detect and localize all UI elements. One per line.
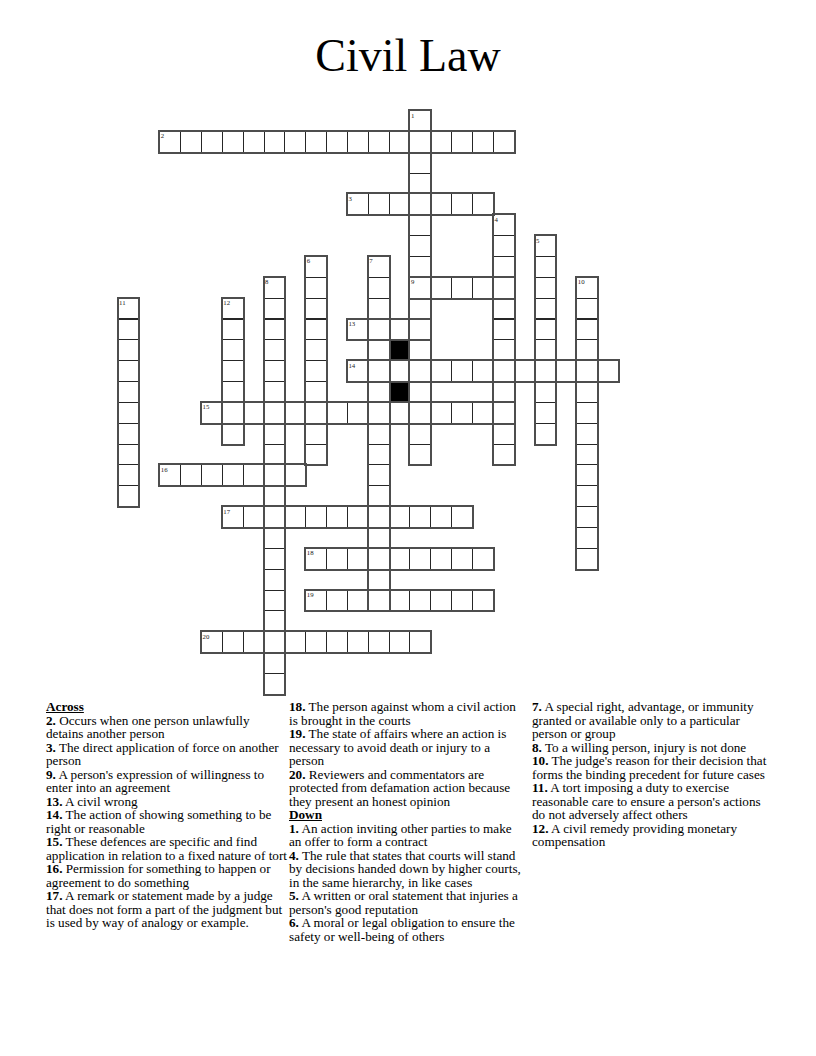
grid-cell[interactable]: [409, 131, 431, 153]
clue-10: 10. The judge's reason for their decisio…: [532, 754, 768, 781]
clue-11: 11. A tort imposing a duty to exercise r…: [532, 781, 768, 822]
clue-18: 18. The person against whom a civil acti…: [289, 700, 522, 727]
grid-cell[interactable]: [472, 131, 494, 153]
clue-9: 9. A person's expression of willingness …: [46, 768, 290, 795]
grid-cell[interactable]: [409, 590, 431, 612]
grid-cell[interactable]: [264, 485, 286, 507]
grid-cell[interactable]: [180, 131, 202, 153]
grid-cell[interactable]: [305, 381, 327, 403]
clue-13: 13. A civil wrong: [46, 795, 290, 809]
across-header: Across: [46, 700, 290, 714]
grid-cell[interactable]: [389, 548, 411, 570]
grid-cell[interactable]: [368, 402, 390, 424]
grid-cell[interactable]: [535, 381, 557, 403]
grid-cell[interactable]: [264, 590, 286, 612]
grid-cell[interactable]: [347, 319, 369, 341]
grid-cell[interactable]: [264, 423, 286, 445]
grid-cell[interactable]: [305, 360, 327, 382]
grid-cell[interactable]: [159, 464, 181, 486]
grid-cell[interactable]: [347, 590, 369, 612]
grid-cell[interactable]: [368, 298, 390, 320]
grid-cell[interactable]: [493, 402, 515, 424]
grid-cell[interactable]: [243, 402, 265, 424]
grid-cell[interactable]: [222, 319, 244, 341]
grid-cell[interactable]: [535, 319, 557, 341]
clue-2: 2. Occurs when one person unlawfully det…: [46, 714, 290, 741]
grid-cell[interactable]: [118, 464, 140, 486]
clue-5: 5. A written or oral statement that inju…: [289, 889, 522, 916]
clue-20: 20. Reviewers and commentators are prote…: [289, 768, 522, 809]
grid-cell[interactable]: [389, 506, 411, 528]
grid-cell[interactable]: [409, 256, 431, 278]
grid-cell[interactable]: [347, 548, 369, 570]
grid-cell[interactable]: [493, 360, 515, 382]
grid-cell[interactable]: [409, 110, 431, 132]
grid-cell[interactable]: [409, 444, 431, 466]
grid-cell[interactable]: [264, 548, 286, 570]
grid-cell[interactable]: [243, 506, 265, 528]
clue-17: 17. A remark or statement made by a judg…: [46, 889, 290, 930]
grid-cell[interactable]: [368, 464, 390, 486]
grid-cell[interactable]: [118, 339, 140, 361]
grid-cell[interactable]: [493, 319, 515, 341]
grid-cell[interactable]: [409, 214, 431, 236]
grid-cell[interactable]: [368, 548, 390, 570]
grid-cell[interactable]: [201, 631, 223, 653]
grid-cell[interactable]: [493, 277, 515, 299]
grid-cell[interactable]: [472, 277, 494, 299]
clue-1: 1. An action inviting other parties to m…: [289, 822, 522, 849]
clues-column-2: 18. The person against whom a civil acti…: [289, 700, 522, 943]
grid-cell[interactable]: [576, 277, 598, 299]
grid-cell[interactable]: [118, 402, 140, 424]
grid-cell[interactable]: [368, 193, 390, 215]
grid-cell[interactable]: [535, 402, 557, 424]
grid-cell[interactable]: [389, 631, 411, 653]
clue-7: 7. A special right, advantage, or immuni…: [532, 700, 768, 741]
grid-cell[interactable]: [264, 298, 286, 320]
grid-cell[interactable]: [555, 360, 577, 382]
grid-cell[interactable]: [347, 402, 369, 424]
grid-cell[interactable]: [409, 235, 431, 257]
grid-cell[interactable]: [368, 131, 390, 153]
grid-cell[interactable]: [326, 548, 348, 570]
grid-cell[interactable]: [326, 131, 348, 153]
grid-cell[interactable]: [368, 444, 390, 466]
grid-cell[interactable]: [222, 298, 244, 320]
grid-cell[interactable]: [201, 131, 223, 153]
grid-cell[interactable]: [264, 610, 286, 632]
grid-cell[interactable]: [430, 506, 452, 528]
grid-cell[interactable]: [409, 506, 431, 528]
grid-cell[interactable]: [264, 402, 286, 424]
grid-cell[interactable]: [576, 360, 598, 382]
grid-cell[interactable]: [368, 277, 390, 299]
grid-cell[interactable]: [243, 631, 265, 653]
grid-cell[interactable]: [284, 631, 306, 653]
grid-cell[interactable]: [430, 360, 452, 382]
grid-cell[interactable]: [222, 464, 244, 486]
grid-cell[interactable]: [535, 423, 557, 445]
grid-cell[interactable]: [409, 152, 431, 174]
grid-cell[interactable]: [493, 423, 515, 445]
grid-cell[interactable]: [389, 402, 411, 424]
grid-cell[interactable]: [472, 402, 494, 424]
grid-cell[interactable]: [493, 214, 515, 236]
grid-cell[interactable]: [409, 277, 431, 299]
clue-15: 15. These defences are specific and find…: [46, 835, 290, 862]
grid-cell[interactable]: [118, 423, 140, 445]
grid-cell[interactable]: [180, 464, 202, 486]
grid-cell[interactable]: [159, 131, 181, 153]
grid-cell[interactable]: [264, 319, 286, 341]
grid-cell[interactable]: [368, 485, 390, 507]
grid-cell[interactable]: [389, 590, 411, 612]
grid-cell[interactable]: [264, 464, 286, 486]
grid-cell[interactable]: [389, 319, 411, 341]
grid-cell[interactable]: [305, 423, 327, 445]
grid-cell[interactable]: [535, 298, 557, 320]
grid-cell[interactable]: [264, 652, 286, 674]
grid-cell[interactable]: [409, 298, 431, 320]
grid-cell[interactable]: [201, 402, 223, 424]
grid-cell[interactable]: [576, 298, 598, 320]
grid-cell[interactable]: [576, 423, 598, 445]
grid-cell[interactable]: [264, 277, 286, 299]
grid-cell[interactable]: [118, 360, 140, 382]
grid-cell[interactable]: [347, 631, 369, 653]
grid-cell[interactable]: [535, 256, 557, 278]
grid-cell[interactable]: [326, 506, 348, 528]
grid-cell[interactable]: [576, 319, 598, 341]
grid-cell[interactable]: [451, 506, 473, 528]
grid-cell[interactable]: [284, 402, 306, 424]
grid-cell[interactable]: [368, 319, 390, 341]
grid-cell[interactable]: [326, 631, 348, 653]
grid-cell[interactable]: [430, 131, 452, 153]
grid-cell[interactable]: [368, 256, 390, 278]
grid-cell[interactable]: [305, 339, 327, 361]
grid-cell[interactable]: [284, 131, 306, 153]
grid-cell[interactable]: [576, 381, 598, 403]
grid-cell[interactable]: [222, 131, 244, 153]
grid-cell[interactable]: [451, 402, 473, 424]
grid-cell[interactable]: [222, 381, 244, 403]
grid-cell[interactable]: [368, 569, 390, 591]
grid-cell[interactable]: [576, 339, 598, 361]
puzzle-title: Civil Law: [0, 31, 816, 82]
grid-cell[interactable]: [409, 173, 431, 195]
grid-cell[interactable]: [305, 402, 327, 424]
grid-cell[interactable]: [264, 506, 286, 528]
grid-cell[interactable]: [389, 360, 411, 382]
grid-cell[interactable]: [305, 548, 327, 570]
grid-cell[interactable]: [118, 485, 140, 507]
grid-cell[interactable]: [222, 402, 244, 424]
grid-cell[interactable]: [535, 339, 557, 361]
grid-cell[interactable]: [451, 277, 473, 299]
grid-cell[interactable]: [222, 339, 244, 361]
grid-cell[interactable]: [576, 485, 598, 507]
grid-cell[interactable]: [118, 381, 140, 403]
grid-cell[interactable]: [430, 193, 452, 215]
grid-cell[interactable]: [535, 360, 557, 382]
grid-cell[interactable]: [576, 402, 598, 424]
grid-cell[interactable]: [409, 423, 431, 445]
grid-cell[interactable]: [347, 131, 369, 153]
grid-cell[interactable]: [576, 464, 598, 486]
grid-cell[interactable]: [493, 298, 515, 320]
grid-cell[interactable]: [430, 548, 452, 570]
grid-cell[interactable]: [430, 590, 452, 612]
clue-14: 14. The action of showing something to b…: [46, 808, 290, 835]
clue-6: 6. A moral or legal obligation to ensure…: [289, 916, 522, 943]
grid-cell[interactable]: [264, 339, 286, 361]
grid-cell[interactable]: [368, 360, 390, 382]
grid-cell[interactable]: [472, 590, 494, 612]
clue-12: 12. A civil remedy providing monetary co…: [532, 822, 768, 849]
grid-cell[interactable]: [451, 193, 473, 215]
grid-cell[interactable]: [430, 402, 452, 424]
grid-cell[interactable]: [451, 548, 473, 570]
clue-4: 4. The rule that states that courts will…: [289, 849, 522, 890]
grid-cell[interactable]: [576, 444, 598, 466]
grid-cell[interactable]: [305, 506, 327, 528]
grid-cell[interactable]: [201, 464, 223, 486]
grid-cell[interactable]: [326, 402, 348, 424]
black-cell: [389, 381, 411, 403]
grid-cell[interactable]: [535, 277, 557, 299]
grid-cell[interactable]: [409, 548, 431, 570]
grid-cell[interactable]: [409, 360, 431, 382]
grid-cell[interactable]: [264, 631, 286, 653]
grid-cell[interactable]: [347, 360, 369, 382]
crossword-worksheet: Civil Law 123456789101112131415161718192…: [0, 0, 816, 1056]
grid-cell[interactable]: [305, 319, 327, 341]
grid-cell[interactable]: [305, 277, 327, 299]
grid-cell[interactable]: [264, 527, 286, 549]
grid-cell[interactable]: [243, 131, 265, 153]
grid-cell[interactable]: [305, 631, 327, 653]
grid-cell[interactable]: [222, 506, 244, 528]
grid-cell[interactable]: [368, 506, 390, 528]
grid-cell[interactable]: [451, 131, 473, 153]
grid-cell[interactable]: [284, 464, 306, 486]
grid-cell[interactable]: [409, 402, 431, 424]
grid-cell[interactable]: [264, 360, 286, 382]
grid-cell[interactable]: [409, 381, 431, 403]
grid-cell[interactable]: [493, 235, 515, 257]
grid-cell[interactable]: [118, 319, 140, 341]
grid-cell[interactable]: [389, 193, 411, 215]
grid-cell[interactable]: [305, 298, 327, 320]
grid-cell[interactable]: [368, 339, 390, 361]
grid-cell[interactable]: [243, 464, 265, 486]
grid-cell[interactable]: [368, 527, 390, 549]
grid-cell[interactable]: [347, 193, 369, 215]
grid-cell[interactable]: [409, 319, 431, 341]
grid-cell[interactable]: [430, 277, 452, 299]
grid-cell[interactable]: [264, 569, 286, 591]
grid-cell[interactable]: [305, 131, 327, 153]
grid-cell[interactable]: [368, 590, 390, 612]
clue-8: 8. To a willing person, injury is not do…: [532, 741, 768, 755]
grid-cell[interactable]: [264, 381, 286, 403]
grid-cell[interactable]: [493, 339, 515, 361]
clue-3: 3. The direct application of force on an…: [46, 741, 290, 768]
grid-cell[interactable]: [118, 298, 140, 320]
grid-cell[interactable]: [472, 548, 494, 570]
grid-cell[interactable]: [409, 193, 431, 215]
grid-cell[interactable]: [493, 256, 515, 278]
grid-cell[interactable]: [576, 506, 598, 528]
clues-column-3: 7. A special right, advantage, or immuni…: [532, 700, 768, 849]
grid-cell[interactable]: [264, 673, 286, 695]
grid-cell[interactable]: [493, 131, 515, 153]
grid-cell[interactable]: [493, 444, 515, 466]
grid-cell[interactable]: [535, 235, 557, 257]
grid-cell[interactable]: [576, 548, 598, 570]
grid-cell[interactable]: [305, 256, 327, 278]
grid-cell[interactable]: [222, 360, 244, 382]
down-header: Down: [289, 808, 522, 822]
grid-cell[interactable]: [472, 360, 494, 382]
clue-19: 19. The state of affairs where an action…: [289, 727, 522, 768]
grid-cell[interactable]: [305, 444, 327, 466]
grid-cell[interactable]: [284, 506, 306, 528]
grid-cell[interactable]: [118, 444, 140, 466]
grid-cell[interactable]: [305, 590, 327, 612]
clue-16: 16. Permission for something to happen o…: [46, 862, 290, 889]
grid-cell[interactable]: [514, 360, 536, 382]
grid-cell[interactable]: [451, 590, 473, 612]
grid-cell[interactable]: [493, 381, 515, 403]
grid-cell[interactable]: [472, 193, 494, 215]
grid-cell[interactable]: [347, 506, 369, 528]
grid-cell[interactable]: [409, 339, 431, 361]
grid-cell[interactable]: [326, 590, 348, 612]
grid-cell[interactable]: [222, 631, 244, 653]
grid-cell[interactable]: [451, 360, 473, 382]
black-cell: [389, 339, 411, 361]
grid-cell[interactable]: [597, 360, 619, 382]
crossword-grid: 1234567891011121314151617181920: [118, 110, 620, 696]
grid-cell[interactable]: [368, 381, 390, 403]
grid-cell[interactable]: [368, 423, 390, 445]
grid-cell[interactable]: [222, 423, 244, 445]
grid-cell[interactable]: [264, 444, 286, 466]
grid-cell[interactable]: [368, 631, 390, 653]
grid-cell[interactable]: [576, 527, 598, 549]
grid-cell[interactable]: [389, 131, 411, 153]
grid-cell[interactable]: [264, 131, 286, 153]
grid-cell[interactable]: [409, 631, 431, 653]
clues-column-1: Across2. Occurs when one person unlawful…: [46, 700, 290, 930]
